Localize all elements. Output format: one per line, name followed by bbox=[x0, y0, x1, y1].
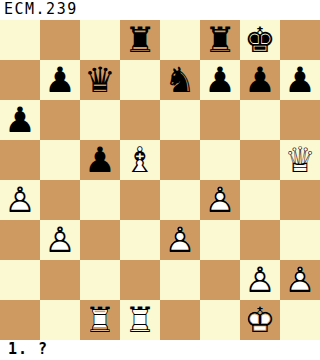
square-e6[interactable] bbox=[160, 100, 200, 140]
square-e3[interactable]: ♟♙ bbox=[160, 220, 200, 260]
square-a6[interactable]: ♟ bbox=[0, 100, 40, 140]
square-a4[interactable]: ♟♙ bbox=[0, 180, 40, 220]
black-pawn[interactable]: ♟ bbox=[80, 140, 120, 180]
square-f3[interactable] bbox=[200, 220, 240, 260]
square-e5[interactable] bbox=[160, 140, 200, 180]
piece-glyph: ♚ bbox=[240, 20, 280, 60]
square-b6[interactable] bbox=[40, 100, 80, 140]
piece-outline: ♔ bbox=[240, 300, 280, 340]
piece-outline: ♖ bbox=[80, 300, 120, 340]
piece-glyph: ♟ bbox=[240, 60, 280, 100]
white-pawn[interactable]: ♟♙ bbox=[0, 180, 40, 220]
square-a1[interactable] bbox=[0, 300, 40, 340]
black-pawn[interactable]: ♟ bbox=[40, 60, 80, 100]
white-pawn[interactable]: ♟♙ bbox=[240, 260, 280, 300]
square-h4[interactable] bbox=[280, 180, 320, 220]
square-h3[interactable] bbox=[280, 220, 320, 260]
square-e7[interactable]: ♞ bbox=[160, 60, 200, 100]
square-e1[interactable] bbox=[160, 300, 200, 340]
piece-outline: ♙ bbox=[40, 220, 80, 260]
piece-glyph: ♟ bbox=[280, 60, 320, 100]
square-c8[interactable] bbox=[80, 20, 120, 60]
white-queen[interactable]: ♛♕ bbox=[280, 140, 320, 180]
square-g5[interactable] bbox=[240, 140, 280, 180]
square-g4[interactable] bbox=[240, 180, 280, 220]
square-g7[interactable]: ♟ bbox=[240, 60, 280, 100]
square-f6[interactable] bbox=[200, 100, 240, 140]
square-h1[interactable] bbox=[280, 300, 320, 340]
piece-glyph: ♛ bbox=[80, 60, 120, 100]
square-d6[interactable] bbox=[120, 100, 160, 140]
square-e4[interactable] bbox=[160, 180, 200, 220]
white-pawn[interactable]: ♟♙ bbox=[200, 180, 240, 220]
piece-glyph: ♞ bbox=[160, 60, 200, 100]
piece-glyph: ♟ bbox=[200, 60, 240, 100]
square-a8[interactable] bbox=[0, 20, 40, 60]
square-a7[interactable] bbox=[0, 60, 40, 100]
white-king[interactable]: ♚♔ bbox=[240, 300, 280, 340]
square-d2[interactable] bbox=[120, 260, 160, 300]
piece-outline: ♕ bbox=[280, 140, 320, 180]
square-g8[interactable]: ♚ bbox=[240, 20, 280, 60]
square-h5[interactable]: ♛♕ bbox=[280, 140, 320, 180]
square-c2[interactable] bbox=[80, 260, 120, 300]
white-rook[interactable]: ♜♖ bbox=[120, 300, 160, 340]
square-h7[interactable]: ♟ bbox=[280, 60, 320, 100]
piece-outline: ♙ bbox=[280, 260, 320, 300]
piece-glyph: ♜ bbox=[120, 20, 160, 60]
chess-board: ♜♜♚♟♛♞♟♟♟♟♟♝♗♛♕♟♙♟♙♟♙♟♙♟♙♟♙♜♖♜♖♚♔ bbox=[0, 20, 320, 340]
square-h8[interactable] bbox=[280, 20, 320, 60]
square-e2[interactable] bbox=[160, 260, 200, 300]
square-c6[interactable] bbox=[80, 100, 120, 140]
black-knight[interactable]: ♞ bbox=[160, 60, 200, 100]
black-pawn[interactable]: ♟ bbox=[280, 60, 320, 100]
square-f8[interactable]: ♜ bbox=[200, 20, 240, 60]
black-rook[interactable]: ♜ bbox=[200, 20, 240, 60]
square-b3[interactable]: ♟♙ bbox=[40, 220, 80, 260]
white-bishop[interactable]: ♝♗ bbox=[120, 140, 160, 180]
piece-outline: ♖ bbox=[120, 300, 160, 340]
white-pawn[interactable]: ♟♙ bbox=[280, 260, 320, 300]
piece-outline: ♗ bbox=[120, 140, 160, 180]
square-d1[interactable]: ♜♖ bbox=[120, 300, 160, 340]
square-g2[interactable]: ♟♙ bbox=[240, 260, 280, 300]
square-g1[interactable]: ♚♔ bbox=[240, 300, 280, 340]
square-g3[interactable] bbox=[240, 220, 280, 260]
square-d3[interactable] bbox=[120, 220, 160, 260]
piece-glyph: ♟ bbox=[80, 140, 120, 180]
square-e8[interactable] bbox=[160, 20, 200, 60]
black-queen[interactable]: ♛ bbox=[80, 60, 120, 100]
white-pawn[interactable]: ♟♙ bbox=[160, 220, 200, 260]
square-c4[interactable] bbox=[80, 180, 120, 220]
piece-glyph: ♟ bbox=[0, 100, 40, 140]
black-king[interactable]: ♚ bbox=[240, 20, 280, 60]
square-b4[interactable] bbox=[40, 180, 80, 220]
white-pawn[interactable]: ♟♙ bbox=[40, 220, 80, 260]
black-pawn[interactable]: ♟ bbox=[200, 60, 240, 100]
square-f5[interactable] bbox=[200, 140, 240, 180]
square-d4[interactable] bbox=[120, 180, 160, 220]
white-rook[interactable]: ♜♖ bbox=[80, 300, 120, 340]
square-c5[interactable]: ♟ bbox=[80, 140, 120, 180]
square-f1[interactable] bbox=[200, 300, 240, 340]
square-b7[interactable]: ♟ bbox=[40, 60, 80, 100]
piece-outline: ♙ bbox=[240, 260, 280, 300]
square-h2[interactable]: ♟♙ bbox=[280, 260, 320, 300]
square-c7[interactable]: ♛ bbox=[80, 60, 120, 100]
square-c1[interactable]: ♜♖ bbox=[80, 300, 120, 340]
piece-outline: ♙ bbox=[200, 180, 240, 220]
black-pawn[interactable]: ♟ bbox=[0, 100, 40, 140]
square-f7[interactable]: ♟ bbox=[200, 60, 240, 100]
square-a3[interactable] bbox=[0, 220, 40, 260]
square-f2[interactable] bbox=[200, 260, 240, 300]
black-rook[interactable]: ♜ bbox=[120, 20, 160, 60]
move-prompt: 1. ? bbox=[0, 340, 320, 360]
square-d7[interactable] bbox=[120, 60, 160, 100]
piece-outline: ♙ bbox=[0, 180, 40, 220]
square-b8[interactable] bbox=[40, 20, 80, 60]
square-b5[interactable] bbox=[40, 140, 80, 180]
square-c3[interactable] bbox=[80, 220, 120, 260]
piece-glyph: ♜ bbox=[200, 20, 240, 60]
square-f4[interactable]: ♟♙ bbox=[200, 180, 240, 220]
square-d8[interactable]: ♜ bbox=[120, 20, 160, 60]
square-d5[interactable]: ♝♗ bbox=[120, 140, 160, 180]
square-a2[interactable] bbox=[0, 260, 40, 300]
black-pawn[interactable]: ♟ bbox=[240, 60, 280, 100]
square-g6[interactable] bbox=[240, 100, 280, 140]
piece-glyph: ♟ bbox=[40, 60, 80, 100]
square-b1[interactable] bbox=[40, 300, 80, 340]
square-h6[interactable] bbox=[280, 100, 320, 140]
square-a5[interactable] bbox=[0, 140, 40, 180]
puzzle-id: ECM.239 bbox=[0, 0, 320, 20]
square-b2[interactable] bbox=[40, 260, 80, 300]
piece-outline: ♙ bbox=[160, 220, 200, 260]
